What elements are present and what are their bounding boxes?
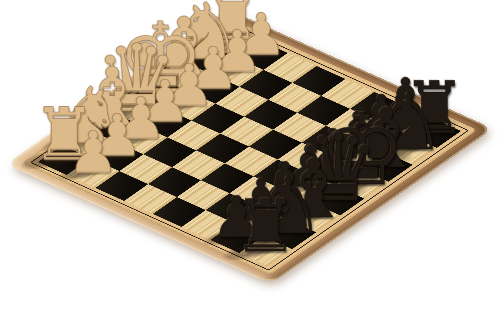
piece-white-pawn-a2[interactable]: ♟ bbox=[67, 124, 118, 181]
chess-set-photo: ♜♞♝♛♚♝♞♜♟♟♟♟♟♟♟♟♟♟♟♟♟♟♟♟♜♞♝♛♚♝♞♜ bbox=[0, 0, 500, 324]
piece-black-rook-a8[interactable]: ♜ bbox=[233, 190, 298, 262]
